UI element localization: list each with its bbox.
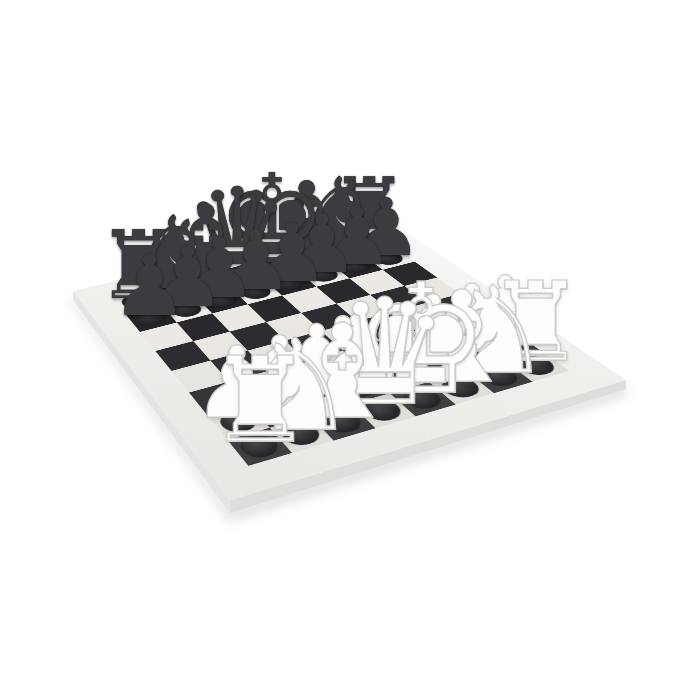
product-photo: ♜♞♟♝♟♚♟♛♟♝♟♞♟♜♟♟♟♟♜♟♟♞♟♝♟♚♟♛♟♝♞♜ xyxy=(0,0,700,700)
piece-white-rook-a1: ♜ xyxy=(207,342,313,460)
piece-black-pawn-a7: ♟ xyxy=(112,244,188,328)
chess-pieces: ♜♞♟♝♟♚♟♛♟♝♟♞♟♜♟♟♟♟♜♟♟♞♟♝♟♚♟♛♟♝♞♜ xyxy=(0,0,700,700)
